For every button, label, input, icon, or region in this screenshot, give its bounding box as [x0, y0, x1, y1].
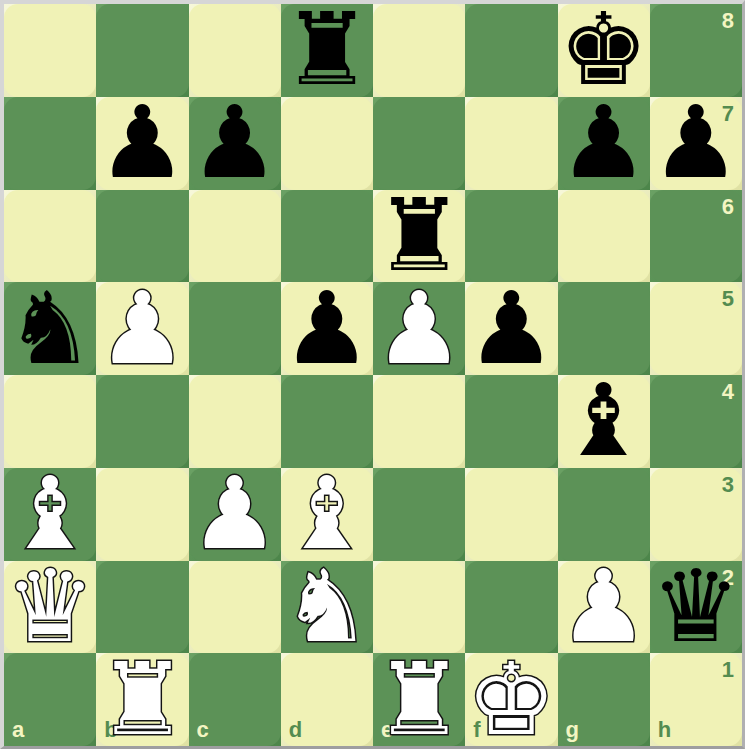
piece-white-knight[interactable]: ♞	[281, 561, 373, 654]
square-f1[interactable]: f♚	[465, 653, 557, 746]
square-h4[interactable]: 4	[650, 375, 742, 468]
square-e2[interactable]	[373, 561, 465, 654]
square-fill	[281, 97, 373, 190]
square-fill	[189, 190, 281, 283]
square-f2[interactable]	[465, 561, 557, 654]
square-d2[interactable]: ♞	[281, 561, 373, 654]
square-fill	[465, 190, 557, 283]
square-h1[interactable]: 1h	[650, 653, 742, 746]
square-a6[interactable]	[4, 190, 96, 283]
square-fill	[4, 97, 96, 190]
square-f6[interactable]	[465, 190, 557, 283]
square-e3[interactable]	[373, 468, 465, 561]
square-h8[interactable]: 8	[650, 4, 742, 97]
piece-black-pawn[interactable]: ♟	[465, 282, 557, 375]
piece-black-pawn[interactable]: ♟	[650, 97, 742, 190]
square-e7[interactable]	[373, 97, 465, 190]
square-e6[interactable]: ♜	[373, 190, 465, 283]
square-a2[interactable]: ♛	[4, 561, 96, 654]
piece-black-queen[interactable]: ♛	[650, 561, 742, 654]
square-h2[interactable]: 2♛	[650, 561, 742, 654]
piece-black-king[interactable]: ♚	[558, 4, 650, 97]
square-f8[interactable]	[465, 4, 557, 97]
square-g4[interactable]: ♝	[558, 375, 650, 468]
square-a7[interactable]	[4, 97, 96, 190]
square-c3[interactable]: ♟	[189, 468, 281, 561]
piece-white-queen[interactable]: ♛	[4, 561, 96, 654]
square-g5[interactable]	[558, 282, 650, 375]
square-h7[interactable]: 7♟	[650, 97, 742, 190]
square-g2[interactable]: ♟	[558, 561, 650, 654]
square-e5[interactable]: ♟	[373, 282, 465, 375]
square-fill	[558, 190, 650, 283]
piece-black-pawn[interactable]: ♟	[281, 282, 373, 375]
square-fill	[373, 97, 465, 190]
square-fill	[465, 375, 557, 468]
square-fill	[96, 4, 188, 97]
square-h5[interactable]: 5	[650, 282, 742, 375]
square-fill	[96, 561, 188, 654]
square-d7[interactable]	[281, 97, 373, 190]
square-c8[interactable]	[189, 4, 281, 97]
square-d6[interactable]	[281, 190, 373, 283]
piece-black-rook[interactable]: ♜	[373, 190, 465, 283]
square-fill	[96, 375, 188, 468]
square-d1[interactable]: d	[281, 653, 373, 746]
file-label-g: g	[566, 719, 579, 741]
rank-label-5: 5	[722, 288, 734, 310]
square-h3[interactable]: 3	[650, 468, 742, 561]
square-f7[interactable]	[465, 97, 557, 190]
piece-white-pawn[interactable]: ♟	[373, 282, 465, 375]
square-d4[interactable]	[281, 375, 373, 468]
square-fill	[281, 375, 373, 468]
square-fill	[189, 282, 281, 375]
rank-label-3: 3	[722, 474, 734, 496]
piece-black-rook[interactable]: ♜	[281, 4, 373, 97]
square-fill	[558, 282, 650, 375]
square-fill	[465, 4, 557, 97]
square-f3[interactable]	[465, 468, 557, 561]
square-b3[interactable]	[96, 468, 188, 561]
square-f4[interactable]	[465, 375, 557, 468]
square-fill	[373, 468, 465, 561]
file-label-h: h	[658, 719, 671, 741]
square-g7[interactable]: ♟	[558, 97, 650, 190]
rank-label-4: 4	[722, 381, 734, 403]
square-fill	[465, 97, 557, 190]
piece-white-rook[interactable]: ♜	[96, 653, 188, 746]
square-c6[interactable]	[189, 190, 281, 283]
square-fill	[373, 4, 465, 97]
square-c1[interactable]: c	[189, 653, 281, 746]
square-fill	[96, 468, 188, 561]
square-g1[interactable]: g	[558, 653, 650, 746]
square-b8[interactable]	[96, 4, 188, 97]
chess-board: ♜♚8♟♟♟7♟♜6♞♟♟♟♟5♝4♝♟♝3♛♞♟2♛ab♜cde♜f♚g1h	[0, 0, 745, 749]
square-e1[interactable]: e♜	[373, 653, 465, 746]
square-e8[interactable]	[373, 4, 465, 97]
square-g6[interactable]	[558, 190, 650, 283]
square-g3[interactable]	[558, 468, 650, 561]
piece-white-king[interactable]: ♚	[465, 653, 557, 746]
square-d3[interactable]: ♝	[281, 468, 373, 561]
square-fill	[281, 190, 373, 283]
square-fill	[189, 561, 281, 654]
square-a3[interactable]: ♝	[4, 468, 96, 561]
square-c5[interactable]	[189, 282, 281, 375]
piece-white-pawn[interactable]: ♟	[189, 468, 281, 561]
square-d5[interactable]: ♟	[281, 282, 373, 375]
square-fill	[465, 561, 557, 654]
square-fill	[4, 4, 96, 97]
piece-white-bishop[interactable]: ♝	[281, 468, 373, 561]
square-fill	[373, 375, 465, 468]
piece-black-pawn[interactable]: ♟	[96, 97, 188, 190]
piece-black-pawn[interactable]: ♟	[558, 97, 650, 190]
square-c4[interactable]	[189, 375, 281, 468]
square-fill	[96, 190, 188, 283]
square-h6[interactable]: 6	[650, 190, 742, 283]
square-b6[interactable]	[96, 190, 188, 283]
piece-white-pawn[interactable]: ♟	[558, 561, 650, 654]
rank-label-8: 8	[722, 10, 734, 32]
square-fill	[373, 561, 465, 654]
square-fill	[4, 375, 96, 468]
square-b5[interactable]: ♟	[96, 282, 188, 375]
file-label-a: a	[12, 719, 24, 741]
piece-white-pawn[interactable]: ♟	[96, 282, 188, 375]
piece-black-knight[interactable]: ♞	[4, 282, 96, 375]
square-fill	[4, 190, 96, 283]
square-f5[interactable]: ♟	[465, 282, 557, 375]
square-c7[interactable]: ♟	[189, 97, 281, 190]
square-g8[interactable]: ♚	[558, 4, 650, 97]
square-e4[interactable]	[373, 375, 465, 468]
square-fill	[558, 468, 650, 561]
piece-white-bishop[interactable]: ♝	[4, 468, 96, 561]
square-b2[interactable]	[96, 561, 188, 654]
square-d8[interactable]: ♜	[281, 4, 373, 97]
square-b4[interactable]	[96, 375, 188, 468]
file-label-d: d	[289, 719, 302, 741]
piece-black-bishop[interactable]: ♝	[558, 375, 650, 468]
piece-white-rook[interactable]: ♜	[373, 653, 465, 746]
file-label-c: c	[197, 719, 209, 741]
square-b1[interactable]: b♜	[96, 653, 188, 746]
square-fill	[465, 468, 557, 561]
square-b7[interactable]: ♟	[96, 97, 188, 190]
square-a8[interactable]	[4, 4, 96, 97]
square-a4[interactable]	[4, 375, 96, 468]
piece-black-pawn[interactable]: ♟	[189, 97, 281, 190]
square-c2[interactable]	[189, 561, 281, 654]
square-a5[interactable]: ♞	[4, 282, 96, 375]
square-fill	[189, 4, 281, 97]
square-fill	[189, 375, 281, 468]
square-a1[interactable]: a	[4, 653, 96, 746]
